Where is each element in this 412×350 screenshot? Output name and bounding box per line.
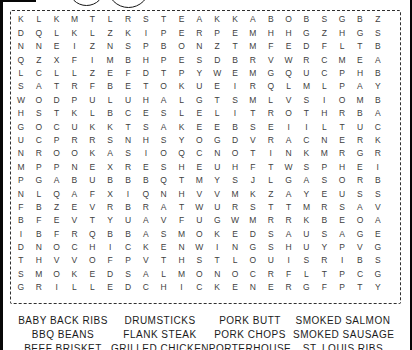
word-list-column-2: DRUMSTICKSFLANK STEAKGRILLED CHICKEN: [110, 314, 210, 350]
grid-cell-r8c5: L: [83, 107, 101, 120]
grid-cell-r9c13: B: [226, 120, 244, 133]
grid-cell-r4c4: F: [66, 53, 84, 66]
grid-cell-r11c15: I: [262, 147, 280, 160]
grid-cell-r11c1: N: [12, 147, 30, 160]
grid-cell-r20c8: A: [137, 267, 155, 280]
grid-cell-r10c7: N: [119, 134, 137, 147]
grid-cell-r7c11: G: [190, 93, 208, 106]
grid-cell-r17c12: K: [208, 227, 226, 240]
grid-cell-r14c17: Y: [298, 187, 316, 200]
grid-cell-r7c5: U: [83, 93, 101, 106]
grid-cell-r21c21: Y: [369, 281, 387, 294]
grid-cell-r15c10: T: [173, 200, 191, 213]
grid-cell-r9c10: K: [173, 120, 191, 133]
grid-cell-r17c20: G: [351, 227, 369, 240]
grid-cell-r5c8: D: [137, 67, 155, 80]
word-list-column-1: BABY BACK RIBSBBQ BEANSBEEF BRISKET: [0, 314, 126, 350]
grid-cell-r5c18: C: [315, 67, 333, 80]
grid-cell-r5c13: E: [226, 67, 244, 80]
grid-cell-r3c15: F: [262, 40, 280, 53]
grid-cell-r1c14: A: [244, 13, 262, 26]
grid-cell-r20c21: G: [369, 267, 387, 280]
grid-cell-r9c12: E: [208, 120, 226, 133]
grid-cell-r3c4: I: [66, 40, 84, 53]
grid-cell-r17c6: B: [101, 227, 119, 240]
grid-cell-r12c12: U: [208, 160, 226, 173]
grid-cell-r8c21: A: [369, 107, 387, 120]
grid-cell-r8c10: L: [173, 107, 191, 120]
grid-cell-r10c12: G: [208, 134, 226, 147]
grid-cell-r4c11: S: [190, 53, 208, 66]
grid-cell-r16c8: A: [137, 214, 155, 227]
grid-cell-r10c17: C: [298, 134, 316, 147]
grid-cell-r12c8: E: [137, 160, 155, 173]
grid-cell-r15c1: F: [12, 200, 30, 213]
grid-cell-r14c4: A: [66, 187, 84, 200]
grid-cell-r17c9: S: [155, 227, 173, 240]
grid-cell-r2c20: G: [351, 26, 369, 39]
grid-cell-r13c2: G: [30, 174, 48, 187]
grid-cell-r18c18: Y: [315, 241, 333, 254]
grid-cell-r14c14: K: [244, 187, 262, 200]
grid-cell-r13c20: R: [351, 174, 369, 187]
grid-cell-r16c13: W: [226, 214, 244, 227]
grid-cell-r18c8: K: [137, 241, 155, 254]
grid-cell-r7c18: I: [315, 93, 333, 106]
grid-cell-r15c3: Z: [48, 200, 66, 213]
grid-cell-r11c17: K: [298, 147, 316, 160]
grid-cell-r3c3: E: [48, 40, 66, 53]
grid-cell-r8c12: L: [208, 107, 226, 120]
grid-cell-r6c19: P: [333, 80, 351, 93]
grid-cell-r4c15: V: [262, 53, 280, 66]
grid-cell-r15c4: E: [66, 200, 84, 213]
grid-cell-r20c10: M: [173, 267, 191, 280]
grid-cell-r19c8: V: [137, 254, 155, 267]
grid-cell-r3c1: N: [12, 40, 30, 53]
grid-cell-r17c16: A: [280, 227, 298, 240]
grid-cell-r9c3: C: [48, 120, 66, 133]
grid-cell-r9c20: U: [351, 120, 369, 133]
grid-cell-r6c5: F: [83, 80, 101, 93]
grid-cell-r20c1: S: [12, 267, 30, 280]
grid-cell-r12c5: E: [83, 160, 101, 173]
grid-cell-r15c12: U: [208, 200, 226, 213]
grid-cell-r8c17: T: [298, 107, 316, 120]
grid-cell-r7c21: B: [369, 93, 387, 106]
grid-cell-r2c21: S: [369, 26, 387, 39]
grid-cell-r11c7: S: [119, 147, 137, 160]
grid-cell-r7c1: W: [12, 93, 30, 106]
grid-cell-r21c16: R: [280, 281, 298, 294]
grid-cell-r18c21: G: [369, 241, 387, 254]
grid-cell-r5c15: G: [262, 67, 280, 80]
grid-cell-r5c19: P: [333, 67, 351, 80]
grid-cell-r4c3: X: [48, 53, 66, 66]
grid-cell-r15c7: B: [119, 200, 137, 213]
grid-cell-r9c1: G: [12, 120, 30, 133]
grid-cell-r20c16: F: [280, 267, 298, 280]
grid-cell-r20c3: O: [48, 267, 66, 280]
grid-cell-r19c12: T: [208, 254, 226, 267]
grid-cell-r6c16: L: [280, 80, 298, 93]
grid-cell-r16c2: F: [30, 214, 48, 227]
grid-cell-r4c1: Q: [12, 53, 30, 66]
grid-cell-r6c12: E: [208, 80, 226, 93]
grid-cell-r17c10: M: [173, 227, 191, 240]
grid-cell-r14c16: A: [280, 187, 298, 200]
grid-cell-r15c21: V: [369, 200, 387, 213]
grid-cell-r13c8: B: [137, 174, 155, 187]
grid-cell-r2c7: K: [119, 26, 137, 39]
grid-cell-r14c11: V: [190, 187, 208, 200]
grid-cell-r8c1: H: [12, 107, 30, 120]
grid-cell-r4c16: W: [280, 53, 298, 66]
grid-cell-r12c13: H: [226, 160, 244, 173]
grid-cell-r19c16: I: [280, 254, 298, 267]
grid-cell-r2c6: Z: [101, 26, 119, 39]
word-list-item: PORTERHOUSE: [200, 342, 300, 350]
grid-cell-r3c9: B: [155, 40, 173, 53]
grid-cell-r13c4: B: [66, 174, 84, 187]
word-list-item: ST. LOUIS RIBS: [293, 342, 393, 350]
grid-cell-r10c10: Y: [173, 134, 191, 147]
grid-cell-r1c8: S: [137, 13, 155, 26]
grid-cell-r6c8: T: [137, 80, 155, 93]
word-list-item: BBQ BEANS: [0, 328, 126, 342]
grid-cell-r3c7: S: [119, 40, 137, 53]
grid-cell-r6c14: R: [244, 80, 262, 93]
grid-cell-r14c5: F: [83, 187, 101, 200]
grid-cell-r4c6: M: [101, 53, 119, 66]
grid-cell-r3c17: D: [298, 40, 316, 53]
grid-cell-r18c12: I: [208, 241, 226, 254]
grid-cell-r1c19: G: [333, 13, 351, 26]
grid-cell-r12c14: F: [244, 160, 262, 173]
grid-cell-r11c20: G: [351, 147, 369, 160]
header-graphic-arc-right: [107, 0, 150, 8]
grid-cell-r1c6: L: [101, 13, 119, 26]
word-list-item: GRILLED CHICKEN: [110, 342, 210, 350]
grid-cell-r19c4: V: [66, 254, 84, 267]
grid-cell-r6c17: M: [298, 80, 316, 93]
grid-cell-r15c19: S: [333, 200, 351, 213]
grid-cell-r21c13: E: [226, 281, 244, 294]
page-edge-top: [0, 0, 36, 2]
grid-cell-r19c5: O: [83, 254, 101, 267]
grid-cell-r1c20: B: [351, 13, 369, 26]
grid-cell-r12c10: H: [173, 160, 191, 173]
grid-cell-r6c7: E: [119, 80, 137, 93]
grid-cell-r11c8: I: [137, 147, 155, 160]
word-list-item: DRUMSTICKS: [110, 314, 210, 328]
grid-cell-r13c5: U: [83, 174, 101, 187]
word-list: BABY BACK RIBSBBQ BEANSBEEF BRISKETDRUMS…: [0, 314, 412, 350]
grid-cell-r11c18: M: [315, 147, 333, 160]
grid-cell-r2c19: H: [333, 26, 351, 39]
grid-cell-r3c16: E: [280, 40, 298, 53]
grid-cell-r3c20: T: [351, 40, 369, 53]
grid-cell-r16c9: V: [155, 214, 173, 227]
grid-cell-r8c15: R: [262, 107, 280, 120]
grid-cell-r12c21: I: [369, 160, 387, 173]
grid-cell-r13c15: L: [262, 174, 280, 187]
grid-cell-r2c5: L: [83, 26, 101, 39]
grid-cell-r17c11: O: [190, 227, 208, 240]
grid-cell-r8c2: S: [30, 107, 48, 120]
grid-cell-r2c18: Z: [315, 26, 333, 39]
grid-cell-r18c16: H: [280, 241, 298, 254]
grid-cell-r11c2: R: [30, 147, 48, 160]
grid-cell-r18c14: G: [244, 241, 262, 254]
grid-cell-r10c2: C: [30, 134, 48, 147]
grid-cell-r20c20: C: [351, 267, 369, 280]
grid-cell-r21c4: L: [66, 281, 84, 294]
grid-cell-r9c5: K: [83, 120, 101, 133]
grid-cell-r20c6: D: [101, 267, 119, 280]
grid-cell-r5c16: Q: [280, 67, 298, 80]
grid-cell-r3c13: T: [226, 40, 244, 53]
grid-cell-r19c1: T: [12, 254, 30, 267]
grid-cell-r8c3: T: [48, 107, 66, 120]
grid-cell-r19c15: U: [262, 254, 280, 267]
grid-cell-r10c21: K: [369, 134, 387, 147]
grid-cell-r1c21: Z: [369, 13, 387, 26]
grid-cell-r20c12: N: [208, 267, 226, 280]
grid-cell-r1c18: S: [315, 13, 333, 26]
grid-cell-r11c13: O: [226, 147, 244, 160]
grid-cell-r15c5: V: [83, 200, 101, 213]
grid-cell-r10c8: H: [137, 134, 155, 147]
grid-cell-r16c21: A: [369, 214, 387, 227]
grid-cell-r14c8: Q: [137, 187, 155, 200]
grid-cell-r4c14: R: [244, 53, 262, 66]
grid-cell-r8c20: B: [351, 107, 369, 120]
grid-cell-r11c14: T: [244, 147, 262, 160]
grid-cell-r5c4: L: [66, 67, 84, 80]
grid-cell-r2c14: M: [244, 26, 262, 39]
grid-cell-r1c12: K: [208, 13, 226, 26]
grid-cell-r14c20: S: [351, 187, 369, 200]
grid-cell-r16c5: T: [83, 214, 101, 227]
grid-cell-r4c12: D: [208, 53, 226, 66]
grid-cell-r2c1: D: [12, 26, 30, 39]
grid-cell-r8c14: T: [244, 107, 262, 120]
grid-cell-r21c1: G: [12, 281, 30, 294]
grid-cell-r10c11: O: [190, 134, 208, 147]
grid-cell-r16c16: R: [280, 214, 298, 227]
grid-cell-r20c17: L: [298, 267, 316, 280]
grid-cell-r21c15: E: [262, 281, 280, 294]
grid-cell-r18c4: C: [66, 241, 84, 254]
grid-cell-r17c13: E: [226, 227, 244, 240]
grid-cell-r4c17: R: [298, 53, 316, 66]
grid-cell-r3c10: O: [173, 40, 191, 53]
grid-cell-r15c17: M: [298, 200, 316, 213]
grid-cell-r10c1: U: [12, 134, 30, 147]
grid-cell-r20c2: M: [30, 267, 48, 280]
grid-cell-r17c14: D: [244, 227, 262, 240]
grid-cell-r13c16: G: [280, 174, 298, 187]
grid-cell-r18c11: W: [190, 241, 208, 254]
grid-cell-r1c2: L: [30, 13, 48, 26]
word-list-item: SMOKED SALMON: [293, 314, 393, 328]
grid-cell-r19c9: T: [155, 254, 173, 267]
grid-cell-r9c14: S: [244, 120, 262, 133]
grid-cell-r17c18: S: [315, 227, 333, 240]
grid-cell-r3c14: M: [244, 40, 262, 53]
grid-cell-r12c1: M: [12, 160, 30, 173]
grid-cell-r7c20: M: [351, 93, 369, 106]
grid-cell-r13c19: O: [333, 174, 351, 187]
grid-cell-r11c16: N: [280, 147, 298, 160]
grid-cell-r20c19: P: [333, 267, 351, 280]
grid-cell-r7c4: P: [66, 93, 84, 106]
grid-cell-r9c18: L: [315, 120, 333, 133]
grid-cell-r13c11: M: [190, 174, 208, 187]
grid-cell-r20c15: R: [262, 267, 280, 280]
grid-cell-r14c21: S: [369, 187, 387, 200]
grid-cell-r13c14: J: [244, 174, 262, 187]
grid-cell-r6c15: Q: [262, 80, 280, 93]
grid-cell-r9c17: I: [298, 120, 316, 133]
grid-cell-r4c9: P: [155, 53, 173, 66]
grid-cell-r19c3: V: [48, 254, 66, 267]
grid-cell-r1c13: K: [226, 13, 244, 26]
grid-cell-r17c3: F: [48, 227, 66, 240]
grid-cell-r5c14: M: [244, 67, 262, 80]
grid-cell-r10c16: A: [280, 134, 298, 147]
grid-cell-r6c11: U: [190, 80, 208, 93]
grid-cell-r7c14: M: [244, 93, 262, 106]
grid-cell-r14c9: N: [155, 187, 173, 200]
word-list-item: PORK CHOPS: [200, 328, 300, 342]
grid-cell-r1c15: B: [262, 13, 280, 26]
grid-cell-r13c12: Y: [208, 174, 226, 187]
grid-cell-r6c9: O: [155, 80, 173, 93]
grid-cell-r1c4: M: [66, 13, 84, 26]
grid-cell-r20c13: O: [226, 267, 244, 280]
grid-cell-r12c6: X: [101, 160, 119, 173]
grid-cell-r18c3: O: [48, 241, 66, 254]
grid-cell-r12c19: H: [333, 160, 351, 173]
grid-cell-r19c18: R: [315, 254, 333, 267]
grid-cell-r6c13: I: [226, 80, 244, 93]
grid-cell-r4c21: A: [369, 53, 387, 66]
grid-cell-r16c12: G: [208, 214, 226, 227]
grid-cell-r1c5: T: [83, 13, 101, 26]
grid-cell-r4c19: M: [333, 53, 351, 66]
grid-cell-r17c19: A: [333, 227, 351, 240]
grid-cell-r14c2: L: [30, 187, 48, 200]
grid-cell-r5c20: H: [351, 67, 369, 80]
word-list-item: BABY BACK RIBS: [0, 314, 126, 328]
grid-cell-r16c7: U: [119, 214, 137, 227]
grid-cell-r21c18: F: [315, 281, 333, 294]
grid-cell-r4c5: I: [83, 53, 101, 66]
grid-cell-r13c9: Q: [155, 174, 173, 187]
page-edge-left: [0, 0, 3, 350]
grid-cell-r21c12: K: [208, 281, 226, 294]
grid-cell-r12c18: P: [315, 160, 333, 173]
grid-cell-r19c13: L: [226, 254, 244, 267]
grid-cell-r2c2: Q: [30, 26, 48, 39]
grid-cell-r14c15: Z: [262, 187, 280, 200]
grid-cell-r9c6: K: [101, 120, 119, 133]
grid-cell-r1c9: T: [155, 13, 173, 26]
grid-cell-r5c9: T: [155, 67, 173, 80]
grid-cell-r5c12: W: [208, 67, 226, 80]
grid-cell-r21c5: L: [83, 281, 101, 294]
grid-cell-r21c8: C: [137, 281, 155, 294]
grid-cell-r17c2: B: [30, 227, 48, 240]
grid-cell-r13c17: A: [298, 174, 316, 187]
grid-cell-r10c3: P: [48, 134, 66, 147]
grid-cell-r16c3: E: [48, 214, 66, 227]
grid-cell-r7c8: H: [137, 93, 155, 106]
grid-cell-r12c20: E: [351, 160, 369, 173]
grid-cell-r5c2: C: [30, 67, 48, 80]
grid-cell-r3c5: Z: [83, 40, 101, 53]
grid-cell-r18c9: E: [155, 241, 173, 254]
grid-cell-r9c21: C: [369, 120, 387, 133]
grid-cell-r16c10: F: [173, 214, 191, 227]
word-list-item: BEEF BRISKET: [0, 342, 126, 350]
grid-cell-r16c1: B: [12, 214, 30, 227]
grid-cell-r20c4: K: [66, 267, 84, 280]
grid-cell-r15c13: R: [226, 200, 244, 213]
grid-cell-r6c1: S: [12, 80, 30, 93]
grid-cell-r15c20: A: [351, 200, 369, 213]
grid-cell-r15c2: B: [30, 200, 48, 213]
word-list-column-3: PORK BUTTPORK CHOPSPORTERHOUSE: [200, 314, 300, 350]
grid-cell-r18c2: N: [30, 241, 48, 254]
grid-cell-r8c7: C: [119, 107, 137, 120]
grid-cell-r15c11: W: [190, 200, 208, 213]
grid-cell-r15c14: S: [244, 200, 262, 213]
grid-cell-r15c8: R: [137, 200, 155, 213]
grid-cell-r18c20: V: [351, 241, 369, 254]
word-list-item: FLANK STEAK: [110, 328, 210, 342]
grid-cell-r17c15: S: [262, 227, 280, 240]
grid-cell-r10c18: N: [315, 134, 333, 147]
grid-cell-r10c19: E: [333, 134, 351, 147]
grid-cell-r11c21: R: [369, 147, 387, 160]
grid-cell-r16c6: Y: [101, 214, 119, 227]
grid-cell-r17c4: R: [66, 227, 84, 240]
grid-cell-r12c16: W: [280, 160, 298, 173]
grid-cell-r13c18: S: [315, 174, 333, 187]
grid-cell-r2c13: E: [226, 26, 244, 39]
grid-cell-r19c20: B: [351, 254, 369, 267]
grid-cell-r8c8: E: [137, 107, 155, 120]
grid-cell-r7c17: S: [298, 93, 316, 106]
grid-cell-r2c9: P: [155, 26, 173, 39]
grid-cell-r13c3: A: [48, 174, 66, 187]
grid-cell-r16c4: V: [66, 214, 84, 227]
grid-cell-r12c7: R: [119, 160, 137, 173]
grid-cell-r9c4: U: [66, 120, 84, 133]
grid-cell-r14c10: H: [173, 187, 191, 200]
grid-cell-r11c10: Q: [173, 147, 191, 160]
grid-cell-r15c18: R: [315, 200, 333, 213]
grid-cell-r14c18: E: [315, 187, 333, 200]
grid-cell-r19c7: P: [119, 254, 137, 267]
grid-cell-r6c2: A: [30, 80, 48, 93]
grid-cell-r16c17: K: [298, 214, 316, 227]
grid-cell-r20c18: T: [315, 267, 333, 280]
grid-cell-r4c18: C: [315, 53, 333, 66]
